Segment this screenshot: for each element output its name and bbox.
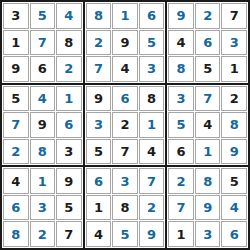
cell-r2c2[interactable]: 7 (30, 30, 56, 56)
cell-r8c7[interactable]: 7 (168, 195, 194, 221)
sudoku-box-r1c3: 927463851 (166, 1, 249, 84)
sudoku-box-r3c2: 637182459 (84, 166, 167, 249)
cell-r9c9[interactable]: 6 (221, 221, 247, 247)
cell-r8c4[interactable]: 1 (86, 195, 112, 221)
cell-r1c7[interactable]: 9 (168, 3, 194, 29)
cell-r1c2[interactable]: 5 (30, 3, 56, 29)
sudoku-box-r2c1: 541796283 (1, 84, 84, 167)
sudoku-box-r2c2: 968321574 (84, 84, 167, 167)
cell-r1c5[interactable]: 1 (112, 3, 138, 29)
cell-r3c1[interactable]: 9 (3, 56, 29, 82)
cell-r5c5[interactable]: 2 (112, 112, 138, 138)
cell-r6c8[interactable]: 1 (195, 139, 221, 165)
cell-r3c7[interactable]: 8 (168, 56, 194, 82)
cell-r1c3[interactable]: 4 (56, 3, 82, 29)
cell-r7c3[interactable]: 9 (56, 168, 82, 194)
cell-r6c1[interactable]: 2 (3, 139, 29, 165)
cell-r3c9[interactable]: 1 (221, 56, 247, 82)
sudoku-box-r1c2: 816295743 (84, 1, 167, 84)
cell-r3c6[interactable]: 3 (139, 56, 165, 82)
cell-r9c8[interactable]: 3 (195, 221, 221, 247)
cell-r1c4[interactable]: 8 (86, 3, 112, 29)
cell-r9c4[interactable]: 4 (86, 221, 112, 247)
cell-r6c3[interactable]: 3 (56, 139, 82, 165)
cell-r3c2[interactable]: 6 (30, 56, 56, 82)
cell-r8c8[interactable]: 9 (195, 195, 221, 221)
cell-r4c6[interactable]: 8 (139, 86, 165, 112)
cell-r9c1[interactable]: 8 (3, 221, 29, 247)
cell-r5c7[interactable]: 5 (168, 112, 194, 138)
cell-r9c5[interactable]: 5 (112, 221, 138, 247)
cell-r7c8[interactable]: 8 (195, 168, 221, 194)
cell-r2c3[interactable]: 8 (56, 30, 82, 56)
cell-r9c3[interactable]: 7 (56, 221, 82, 247)
cell-r2c1[interactable]: 1 (3, 30, 29, 56)
cell-r3c3[interactable]: 2 (56, 56, 82, 82)
cell-r5c2[interactable]: 9 (30, 112, 56, 138)
cell-r2c4[interactable]: 2 (86, 30, 112, 56)
cell-r4c1[interactable]: 5 (3, 86, 29, 112)
cell-r8c6[interactable]: 2 (139, 195, 165, 221)
cell-r4c4[interactable]: 9 (86, 86, 112, 112)
cell-r5c4[interactable]: 3 (86, 112, 112, 138)
cell-r2c7[interactable]: 4 (168, 30, 194, 56)
cell-r9c7[interactable]: 1 (168, 221, 194, 247)
cell-r6c9[interactable]: 9 (221, 139, 247, 165)
sudoku-box-r2c3: 372548619 (166, 84, 249, 167)
cell-r7c9[interactable]: 5 (221, 168, 247, 194)
cell-r6c6[interactable]: 4 (139, 139, 165, 165)
cell-r2c9[interactable]: 3 (221, 30, 247, 56)
cell-r3c4[interactable]: 7 (86, 56, 112, 82)
cell-r8c5[interactable]: 8 (112, 195, 138, 221)
cell-r4c8[interactable]: 7 (195, 86, 221, 112)
cell-r6c4[interactable]: 5 (86, 139, 112, 165)
cell-r6c5[interactable]: 7 (112, 139, 138, 165)
cell-r2c5[interactable]: 9 (112, 30, 138, 56)
cell-r7c4[interactable]: 6 (86, 168, 112, 194)
cell-r8c2[interactable]: 3 (30, 195, 56, 221)
cell-r6c7[interactable]: 6 (168, 139, 194, 165)
cell-r5c1[interactable]: 7 (3, 112, 29, 138)
cell-r7c6[interactable]: 7 (139, 168, 165, 194)
cell-r5c8[interactable]: 4 (195, 112, 221, 138)
cell-r4c9[interactable]: 2 (221, 86, 247, 112)
cell-r1c6[interactable]: 6 (139, 3, 165, 29)
sudoku-box-r3c1: 419635827 (1, 166, 84, 249)
cell-r4c3[interactable]: 1 (56, 86, 82, 112)
sudoku-box-r3c3: 285794136 (166, 166, 249, 249)
cell-r4c7[interactable]: 3 (168, 86, 194, 112)
cell-r6c2[interactable]: 8 (30, 139, 56, 165)
sudoku-board: 3541789628162957439274638515417962839683… (0, 0, 250, 250)
cell-r9c6[interactable]: 9 (139, 221, 165, 247)
cell-r3c8[interactable]: 5 (195, 56, 221, 82)
cell-r4c5[interactable]: 6 (112, 86, 138, 112)
cell-r9c2[interactable]: 2 (30, 221, 56, 247)
cell-r2c8[interactable]: 6 (195, 30, 221, 56)
cell-r7c5[interactable]: 3 (112, 168, 138, 194)
cell-r5c6[interactable]: 1 (139, 112, 165, 138)
cell-r2c6[interactable]: 5 (139, 30, 165, 56)
cell-r8c3[interactable]: 5 (56, 195, 82, 221)
cell-r1c9[interactable]: 7 (221, 3, 247, 29)
cell-r7c7[interactable]: 2 (168, 168, 194, 194)
cell-r3c5[interactable]: 4 (112, 56, 138, 82)
cell-r5c3[interactable]: 6 (56, 112, 82, 138)
cell-r8c9[interactable]: 4 (221, 195, 247, 221)
cell-r7c2[interactable]: 1 (30, 168, 56, 194)
cell-r7c1[interactable]: 4 (3, 168, 29, 194)
cell-r4c2[interactable]: 4 (30, 86, 56, 112)
sudoku-box-r1c1: 354178962 (1, 1, 84, 84)
cell-r1c1[interactable]: 3 (3, 3, 29, 29)
cell-r8c1[interactable]: 6 (3, 195, 29, 221)
cell-r5c9[interactable]: 8 (221, 112, 247, 138)
cell-r1c8[interactable]: 2 (195, 3, 221, 29)
